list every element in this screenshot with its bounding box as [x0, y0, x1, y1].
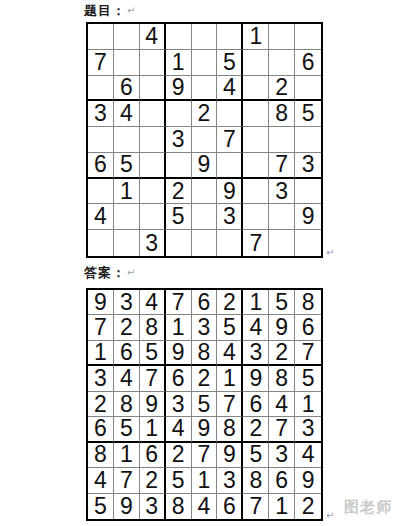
- answer-cell-r9c5: 4: [192, 494, 218, 519]
- answer-cell-r4c6: 1: [217, 366, 243, 391]
- answer-cell-r7c8: 3: [269, 443, 295, 468]
- answer-cell-r1c4: 7: [166, 290, 192, 315]
- puzzle-cell-r3c6: 4: [217, 76, 243, 102]
- answer-cell-r9c7: 7: [243, 494, 269, 519]
- answer-cell-r2c4: 1: [166, 315, 192, 340]
- puzzle-cell-r4c3: [140, 101, 166, 127]
- puzzle-cell-r4c5: 2: [192, 101, 218, 127]
- puzzle-cell-r1c5: [192, 24, 218, 50]
- answer-cell-r4c2: 4: [114, 366, 140, 391]
- puzzle-cell-r7c1: [88, 179, 114, 205]
- answer-cell-r6c5: 9: [192, 417, 218, 442]
- answer-cell-r1c7: 1: [243, 290, 269, 315]
- puzzle-cell-r4c4: [166, 101, 192, 127]
- puzzle-cell-r5c1: [88, 127, 114, 153]
- answer-cell-r9c8: 1: [269, 494, 295, 519]
- answer-cell-r3c2: 6: [114, 341, 140, 366]
- puzzle-cell-r2c7: [243, 50, 269, 76]
- paragraph-mark: ↵: [326, 247, 334, 258]
- answer-cell-r7c2: 1: [114, 443, 140, 468]
- answer-cell-r5c1: 2: [88, 392, 114, 417]
- answer-cell-r2c6: 5: [217, 315, 243, 340]
- puzzle-cell-r6c6: [217, 153, 243, 179]
- puzzle-cell-r2c2: [114, 50, 140, 76]
- puzzle-cell-r7c4: 2: [166, 179, 192, 205]
- puzzle-cell-r9c5: [192, 230, 218, 256]
- puzzle-cell-r3c7: [243, 76, 269, 102]
- answer-cell-r7c5: 7: [192, 443, 218, 468]
- puzzle-cell-r6c1: 6: [88, 153, 114, 179]
- answer-cell-r9c3: 3: [140, 494, 166, 519]
- answer-cell-r2c8: 9: [269, 315, 295, 340]
- answer-cell-r9c1: 5: [88, 494, 114, 519]
- answer-cell-r8c2: 7: [114, 468, 140, 493]
- answer-cell-r7c4: 2: [166, 443, 192, 468]
- answer-cell-r4c8: 8: [269, 366, 295, 391]
- answer-cell-r5c4: 3: [166, 392, 192, 417]
- puzzle-cell-r5c9: [295, 127, 321, 153]
- puzzle-cell-r2c5: [192, 50, 218, 76]
- answer-cell-r6c8: 7: [269, 417, 295, 442]
- puzzle-cell-r5c3: [140, 127, 166, 153]
- puzzle-cell-r6c9: 3: [295, 153, 321, 179]
- answer-cell-r3c1: 1: [88, 341, 114, 366]
- answer-cell-r5c8: 4: [269, 392, 295, 417]
- puzzle-cell-r8c5: [192, 204, 218, 230]
- watermark: 图老师: [344, 498, 392, 517]
- puzzle-cell-r6c4: [166, 153, 192, 179]
- answer-cell-r2c9: 6: [295, 315, 321, 340]
- puzzle-grid: 41715669423428537659731293453937: [86, 22, 323, 258]
- answer-cell-r7c3: 6: [140, 443, 166, 468]
- answer-cell-r9c9: 2: [295, 494, 321, 519]
- answer-cell-r2c3: 8: [140, 315, 166, 340]
- answer-cell-r1c3: 4: [140, 290, 166, 315]
- puzzle-cell-r7c8: 3: [269, 179, 295, 205]
- paragraph-mark: ↵: [127, 267, 135, 278]
- puzzle-cell-r9c3: 3: [140, 230, 166, 256]
- puzzle-cell-r5c7: [243, 127, 269, 153]
- puzzle-cell-r1c1: [88, 24, 114, 50]
- answer-cell-r7c7: 5: [243, 443, 269, 468]
- answer-grid: 9347621587281354961659843273476219852893…: [86, 288, 323, 521]
- answer-cell-r2c2: 2: [114, 315, 140, 340]
- problem-label: 题目：: [84, 2, 126, 20]
- puzzle-cell-r7c5: [192, 179, 218, 205]
- answer-cell-r5c3: 9: [140, 392, 166, 417]
- answer-cell-r5c7: 6: [243, 392, 269, 417]
- answer-cell-r6c4: 4: [166, 417, 192, 442]
- puzzle-cell-r4c7: [243, 101, 269, 127]
- puzzle-cell-r8c4: 5: [166, 204, 192, 230]
- answer-cell-r6c7: 2: [243, 417, 269, 442]
- puzzle-cell-r8c7: [243, 204, 269, 230]
- answer-label: 答案：: [84, 264, 126, 282]
- puzzle-cell-r6c8: 7: [269, 153, 295, 179]
- answer-cell-r8c9: 9: [295, 468, 321, 493]
- answer-cell-r4c5: 2: [192, 366, 218, 391]
- answer-cell-r5c2: 8: [114, 392, 140, 417]
- puzzle-cell-r5c4: 3: [166, 127, 192, 153]
- answer-cell-r1c6: 2: [217, 290, 243, 315]
- puzzle-cell-r8c6: 3: [217, 204, 243, 230]
- puzzle-cell-r3c2: 6: [114, 76, 140, 102]
- answer-cell-r5c6: 7: [217, 392, 243, 417]
- puzzle-cell-r1c4: [166, 24, 192, 50]
- puzzle-cell-r5c5: [192, 127, 218, 153]
- answer-cell-r7c1: 8: [88, 443, 114, 468]
- puzzle-cell-r1c3: 4: [140, 24, 166, 50]
- puzzle-cell-r9c8: [269, 230, 295, 256]
- puzzle-cell-r4c1: 3: [88, 101, 114, 127]
- puzzle-cell-r4c8: 8: [269, 101, 295, 127]
- answer-cell-r8c4: 5: [166, 468, 192, 493]
- answer-cell-r3c9: 7: [295, 341, 321, 366]
- puzzle-cell-r9c1: [88, 230, 114, 256]
- puzzle-cell-r9c9: [295, 230, 321, 256]
- answer-cell-r3c5: 8: [192, 341, 218, 366]
- answer-cell-r6c9: 3: [295, 417, 321, 442]
- answer-cell-r1c5: 6: [192, 290, 218, 315]
- puzzle-cell-r8c9: 9: [295, 204, 321, 230]
- puzzle-cell-r7c7: [243, 179, 269, 205]
- answer-cell-r3c7: 3: [243, 341, 269, 366]
- puzzle-cell-r3c8: 2: [269, 76, 295, 102]
- answer-cell-r2c1: 7: [88, 315, 114, 340]
- answer-cell-r8c8: 6: [269, 468, 295, 493]
- puzzle-cell-r1c6: [217, 24, 243, 50]
- puzzle-cell-r9c2: [114, 230, 140, 256]
- answer-cell-r9c2: 9: [114, 494, 140, 519]
- paragraph-mark: ↵: [326, 510, 334, 521]
- puzzle-cell-r1c8: [269, 24, 295, 50]
- puzzle-cell-r9c6: [217, 230, 243, 256]
- answer-cell-r1c1: 9: [88, 290, 114, 315]
- answer-cell-r4c1: 3: [88, 366, 114, 391]
- puzzle-cell-r9c7: 7: [243, 230, 269, 256]
- answer-cell-r2c7: 4: [243, 315, 269, 340]
- puzzle-cell-r2c1: 7: [88, 50, 114, 76]
- answer-cell-r8c7: 8: [243, 468, 269, 493]
- puzzle-cell-r1c2: [114, 24, 140, 50]
- answer-cell-r5c9: 1: [295, 392, 321, 417]
- puzzle-cell-r2c3: [140, 50, 166, 76]
- answer-cell-r8c6: 3: [217, 468, 243, 493]
- answer-cell-r3c3: 5: [140, 341, 166, 366]
- answer-cell-r4c7: 9: [243, 366, 269, 391]
- answer-cell-r1c8: 5: [269, 290, 295, 315]
- puzzle-cell-r6c7: [243, 153, 269, 179]
- puzzle-cell-r3c9: [295, 76, 321, 102]
- puzzle-cell-r5c2: [114, 127, 140, 153]
- answer-cell-r6c6: 8: [217, 417, 243, 442]
- puzzle-cell-r2c8: [269, 50, 295, 76]
- puzzle-cell-r1c9: [295, 24, 321, 50]
- puzzle-cell-r8c3: [140, 204, 166, 230]
- puzzle-cell-r3c5: [192, 76, 218, 102]
- answer-cell-r8c3: 2: [140, 468, 166, 493]
- answer-cell-r1c2: 3: [114, 290, 140, 315]
- answer-cell-r7c9: 4: [295, 443, 321, 468]
- answer-cell-r5c5: 5: [192, 392, 218, 417]
- puzzle-cell-r8c2: [114, 204, 140, 230]
- puzzle-cell-r3c3: [140, 76, 166, 102]
- puzzle-cell-r4c6: [217, 101, 243, 127]
- puzzle-cell-r6c5: 9: [192, 153, 218, 179]
- puzzle-cell-r3c1: [88, 76, 114, 102]
- puzzle-cell-r2c9: 6: [295, 50, 321, 76]
- answer-cell-r8c5: 1: [192, 468, 218, 493]
- answer-cell-r4c3: 7: [140, 366, 166, 391]
- puzzle-cell-r7c9: [295, 179, 321, 205]
- answer-cell-r4c4: 6: [166, 366, 192, 391]
- answer-cell-r7c6: 9: [217, 443, 243, 468]
- answer-cell-r3c6: 4: [217, 341, 243, 366]
- puzzle-cell-r2c4: 1: [166, 50, 192, 76]
- puzzle-cell-r5c6: 7: [217, 127, 243, 153]
- puzzle-cell-r7c2: 1: [114, 179, 140, 205]
- puzzle-cell-r1c7: 1: [243, 24, 269, 50]
- puzzle-cell-r8c8: [269, 204, 295, 230]
- answer-cell-r6c2: 5: [114, 417, 140, 442]
- answer-cell-r8c1: 4: [88, 468, 114, 493]
- puzzle-cell-r3c4: 9: [166, 76, 192, 102]
- answer-cell-r6c1: 6: [88, 417, 114, 442]
- answer-cell-r2c5: 3: [192, 315, 218, 340]
- puzzle-cell-r4c9: 5: [295, 101, 321, 127]
- puzzle-cell-r8c1: 4: [88, 204, 114, 230]
- answer-cell-r1c9: 8: [295, 290, 321, 315]
- puzzle-cell-r7c6: 9: [217, 179, 243, 205]
- answer-cell-r3c4: 9: [166, 341, 192, 366]
- puzzle-cell-r4c2: 4: [114, 101, 140, 127]
- puzzle-cell-r6c3: [140, 153, 166, 179]
- paragraph-mark: ↵: [127, 5, 135, 16]
- answer-cell-r9c4: 8: [166, 494, 192, 519]
- puzzle-cell-r6c2: 5: [114, 153, 140, 179]
- answer-cell-r4c9: 5: [295, 366, 321, 391]
- answer-cell-r6c3: 1: [140, 417, 166, 442]
- puzzle-cell-r7c3: [140, 179, 166, 205]
- answer-cell-r9c6: 6: [217, 494, 243, 519]
- puzzle-cell-r9c4: [166, 230, 192, 256]
- puzzle-cell-r2c6: 5: [217, 50, 243, 76]
- puzzle-cell-r5c8: [269, 127, 295, 153]
- answer-cell-r3c8: 2: [269, 341, 295, 366]
